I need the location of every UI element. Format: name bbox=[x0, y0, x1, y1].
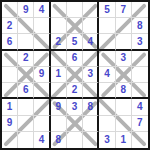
sudoku-cell-r1c2[interactable]: 9 bbox=[18, 2, 34, 18]
sudoku-cell-r7c3[interactable] bbox=[34, 99, 50, 115]
sudoku-cell-r2c1[interactable]: 2 bbox=[2, 18, 18, 34]
sudoku-cell-r2c3[interactable] bbox=[34, 18, 50, 34]
given-digit: 7 bbox=[137, 118, 143, 128]
given-digit: 4 bbox=[39, 5, 45, 15]
given-digit: 1 bbox=[7, 102, 13, 112]
sudoku-cell-r4c8[interactable]: 3 bbox=[116, 51, 132, 67]
sudoku-cell-r1c8[interactable]: 7 bbox=[116, 2, 132, 18]
sudoku-cell-r3c3[interactable] bbox=[34, 34, 50, 50]
sudoku-cell-r8c6[interactable] bbox=[83, 116, 99, 132]
sudoku-cell-r3c2[interactable] bbox=[18, 34, 34, 50]
given-digit: 5 bbox=[72, 37, 78, 47]
sudoku-cell-r7c9[interactable]: 4 bbox=[132, 99, 148, 115]
given-digit: 1 bbox=[120, 135, 126, 145]
given-digit: 2 bbox=[72, 85, 78, 95]
sudoku-cell-r6c8[interactable]: 8 bbox=[116, 83, 132, 99]
sudoku-cell-r8c1[interactable]: 9 bbox=[2, 116, 18, 132]
sudoku-cell-r1c3[interactable]: 4 bbox=[34, 2, 50, 18]
given-digit: 9 bbox=[7, 118, 13, 128]
sudoku-cell-r7c5[interactable]: 3 bbox=[67, 99, 83, 115]
given-digit: 1 bbox=[55, 69, 61, 79]
sudoku-cell-r3c6[interactable]: 4 bbox=[83, 34, 99, 50]
given-digit: 3 bbox=[104, 135, 110, 145]
sudoku-cell-r4c1[interactable] bbox=[2, 51, 18, 67]
sudoku-cell-r3c9[interactable]: 3 bbox=[132, 34, 148, 50]
sudoku-cell-r1c9[interactable] bbox=[132, 2, 148, 18]
sudoku-cell-r9c3[interactable]: 4 bbox=[34, 132, 50, 148]
sudoku-cell-r6c5[interactable]: 2 bbox=[67, 83, 83, 99]
sudoku-cell-r1c7[interactable]: 5 bbox=[99, 2, 115, 18]
given-digit: 9 bbox=[55, 102, 61, 112]
sudoku-cell-r8c2[interactable] bbox=[18, 116, 34, 132]
sudoku-cell-r2c7[interactable] bbox=[99, 18, 115, 34]
sudoku-cell-r9c4[interactable]: 8 bbox=[51, 132, 67, 148]
sudoku-cell-r9c7[interactable]: 3 bbox=[99, 132, 115, 148]
sudoku-cell-r8c8[interactable] bbox=[116, 116, 132, 132]
given-digit: 8 bbox=[87, 102, 93, 112]
sudoku-cell-r3c7[interactable] bbox=[99, 34, 115, 50]
sudoku-cell-r5c5[interactable] bbox=[67, 67, 83, 83]
sudoku-cell-r3c1[interactable]: 6 bbox=[2, 34, 18, 50]
sudoku-cell-r5c6[interactable]: 3 bbox=[83, 67, 99, 83]
sudoku-cell-r7c4[interactable]: 9 bbox=[51, 99, 67, 115]
sudoku-cell-r9c8[interactable]: 1 bbox=[116, 132, 132, 148]
sudoku-cell-r9c1[interactable] bbox=[2, 132, 18, 148]
sudoku-cell-r4c5[interactable]: 6 bbox=[67, 51, 83, 67]
sudoku-cell-r6c4[interactable] bbox=[51, 83, 67, 99]
sudoku-cell-r4c4[interactable] bbox=[51, 51, 67, 67]
given-digit: 9 bbox=[39, 69, 45, 79]
sudoku-cell-r1c5[interactable] bbox=[67, 2, 83, 18]
sudoku-cell-r7c6[interactable]: 8 bbox=[83, 99, 99, 115]
sudoku-cell-r2c6[interactable] bbox=[83, 18, 99, 34]
given-digit: 2 bbox=[7, 21, 13, 31]
given-digit: 2 bbox=[23, 53, 29, 63]
given-digit: 3 bbox=[137, 37, 143, 47]
given-digit: 4 bbox=[137, 102, 143, 112]
given-digit: 4 bbox=[104, 69, 110, 79]
given-digit: 3 bbox=[120, 53, 126, 63]
sudoku-cell-r4c9[interactable] bbox=[132, 51, 148, 67]
sudoku-grid: 94572862543263913462819384974831 bbox=[2, 2, 148, 148]
given-digit: 6 bbox=[72, 53, 78, 63]
sudoku-cell-r1c1[interactable] bbox=[2, 2, 18, 18]
sudoku-cell-r7c1[interactable]: 1 bbox=[2, 99, 18, 115]
sudoku-cell-r8c9[interactable]: 7 bbox=[132, 116, 148, 132]
given-digit: 8 bbox=[120, 85, 126, 95]
sudoku-cell-r2c4[interactable] bbox=[51, 18, 67, 34]
given-digit: 9 bbox=[23, 5, 29, 15]
sudoku-cell-r5c1[interactable] bbox=[2, 67, 18, 83]
given-digit: 4 bbox=[39, 135, 45, 145]
sudoku-cell-r2c2[interactable] bbox=[18, 18, 34, 34]
sudoku-cell-r2c9[interactable]: 8 bbox=[132, 18, 148, 34]
given-digit: 3 bbox=[72, 102, 78, 112]
sudoku-cell-r6c1[interactable] bbox=[2, 83, 18, 99]
sudoku-cell-r5c4[interactable]: 1 bbox=[51, 67, 67, 83]
given-digit: 2 bbox=[55, 37, 61, 47]
sudoku-cell-r6c3[interactable] bbox=[34, 83, 50, 99]
sudoku-cell-r9c9[interactable] bbox=[132, 132, 148, 148]
sudoku-cell-r4c2[interactable]: 2 bbox=[18, 51, 34, 67]
sudoku-cell-r7c2[interactable] bbox=[18, 99, 34, 115]
sudoku-cell-r3c4[interactable]: 2 bbox=[51, 34, 67, 50]
sudoku-cell-r1c6[interactable] bbox=[83, 2, 99, 18]
sudoku-cell-r8c4[interactable] bbox=[51, 116, 67, 132]
given-digit: 6 bbox=[23, 85, 29, 95]
sudoku-cell-r2c5[interactable] bbox=[67, 18, 83, 34]
sudoku-cell-r9c6[interactable] bbox=[83, 132, 99, 148]
sudoku-cell-r5c8[interactable] bbox=[116, 67, 132, 83]
sudoku-cell-r2c8[interactable] bbox=[116, 18, 132, 34]
sudoku-cell-r7c8[interactable] bbox=[116, 99, 132, 115]
given-digit: 4 bbox=[87, 37, 93, 47]
given-digit: 3 bbox=[87, 69, 93, 79]
sudoku-cell-r6c2[interactable]: 6 bbox=[18, 83, 34, 99]
sudoku-cell-r6c7[interactable] bbox=[99, 83, 115, 99]
given-digit: 6 bbox=[7, 37, 13, 47]
sudoku-cell-r5c3[interactable]: 9 bbox=[34, 67, 50, 83]
sudoku-cell-r8c7[interactable] bbox=[99, 116, 115, 132]
sudoku-cell-r3c5[interactable]: 5 bbox=[67, 34, 83, 50]
sudoku-board: 94572862543263913462819384974831 bbox=[0, 0, 150, 150]
sudoku-cell-r8c3[interactable] bbox=[34, 116, 50, 132]
sudoku-cell-r9c5[interactable] bbox=[67, 132, 83, 148]
sudoku-cell-r5c9[interactable] bbox=[132, 67, 148, 83]
sudoku-cell-r3c8[interactable] bbox=[116, 34, 132, 50]
sudoku-cell-r4c7[interactable] bbox=[99, 51, 115, 67]
given-digit: 8 bbox=[55, 135, 61, 145]
given-digit: 5 bbox=[104, 5, 110, 15]
sudoku-cell-r8c5[interactable] bbox=[67, 116, 83, 132]
given-digit: 7 bbox=[120, 5, 126, 15]
given-digit: 8 bbox=[137, 21, 143, 31]
sudoku-cell-r6c9[interactable] bbox=[132, 83, 148, 99]
sudoku-cell-r9c2[interactable] bbox=[18, 132, 34, 148]
sudoku-cell-r5c7[interactable]: 4 bbox=[99, 67, 115, 83]
sudoku-cell-r4c3[interactable] bbox=[34, 51, 50, 67]
sudoku-cell-r4c6[interactable] bbox=[83, 51, 99, 67]
sudoku-cell-r1c4[interactable] bbox=[51, 2, 67, 18]
sudoku-cell-r5c2[interactable] bbox=[18, 67, 34, 83]
sudoku-cell-r6c6[interactable] bbox=[83, 83, 99, 99]
sudoku-cell-r7c7[interactable] bbox=[99, 99, 115, 115]
